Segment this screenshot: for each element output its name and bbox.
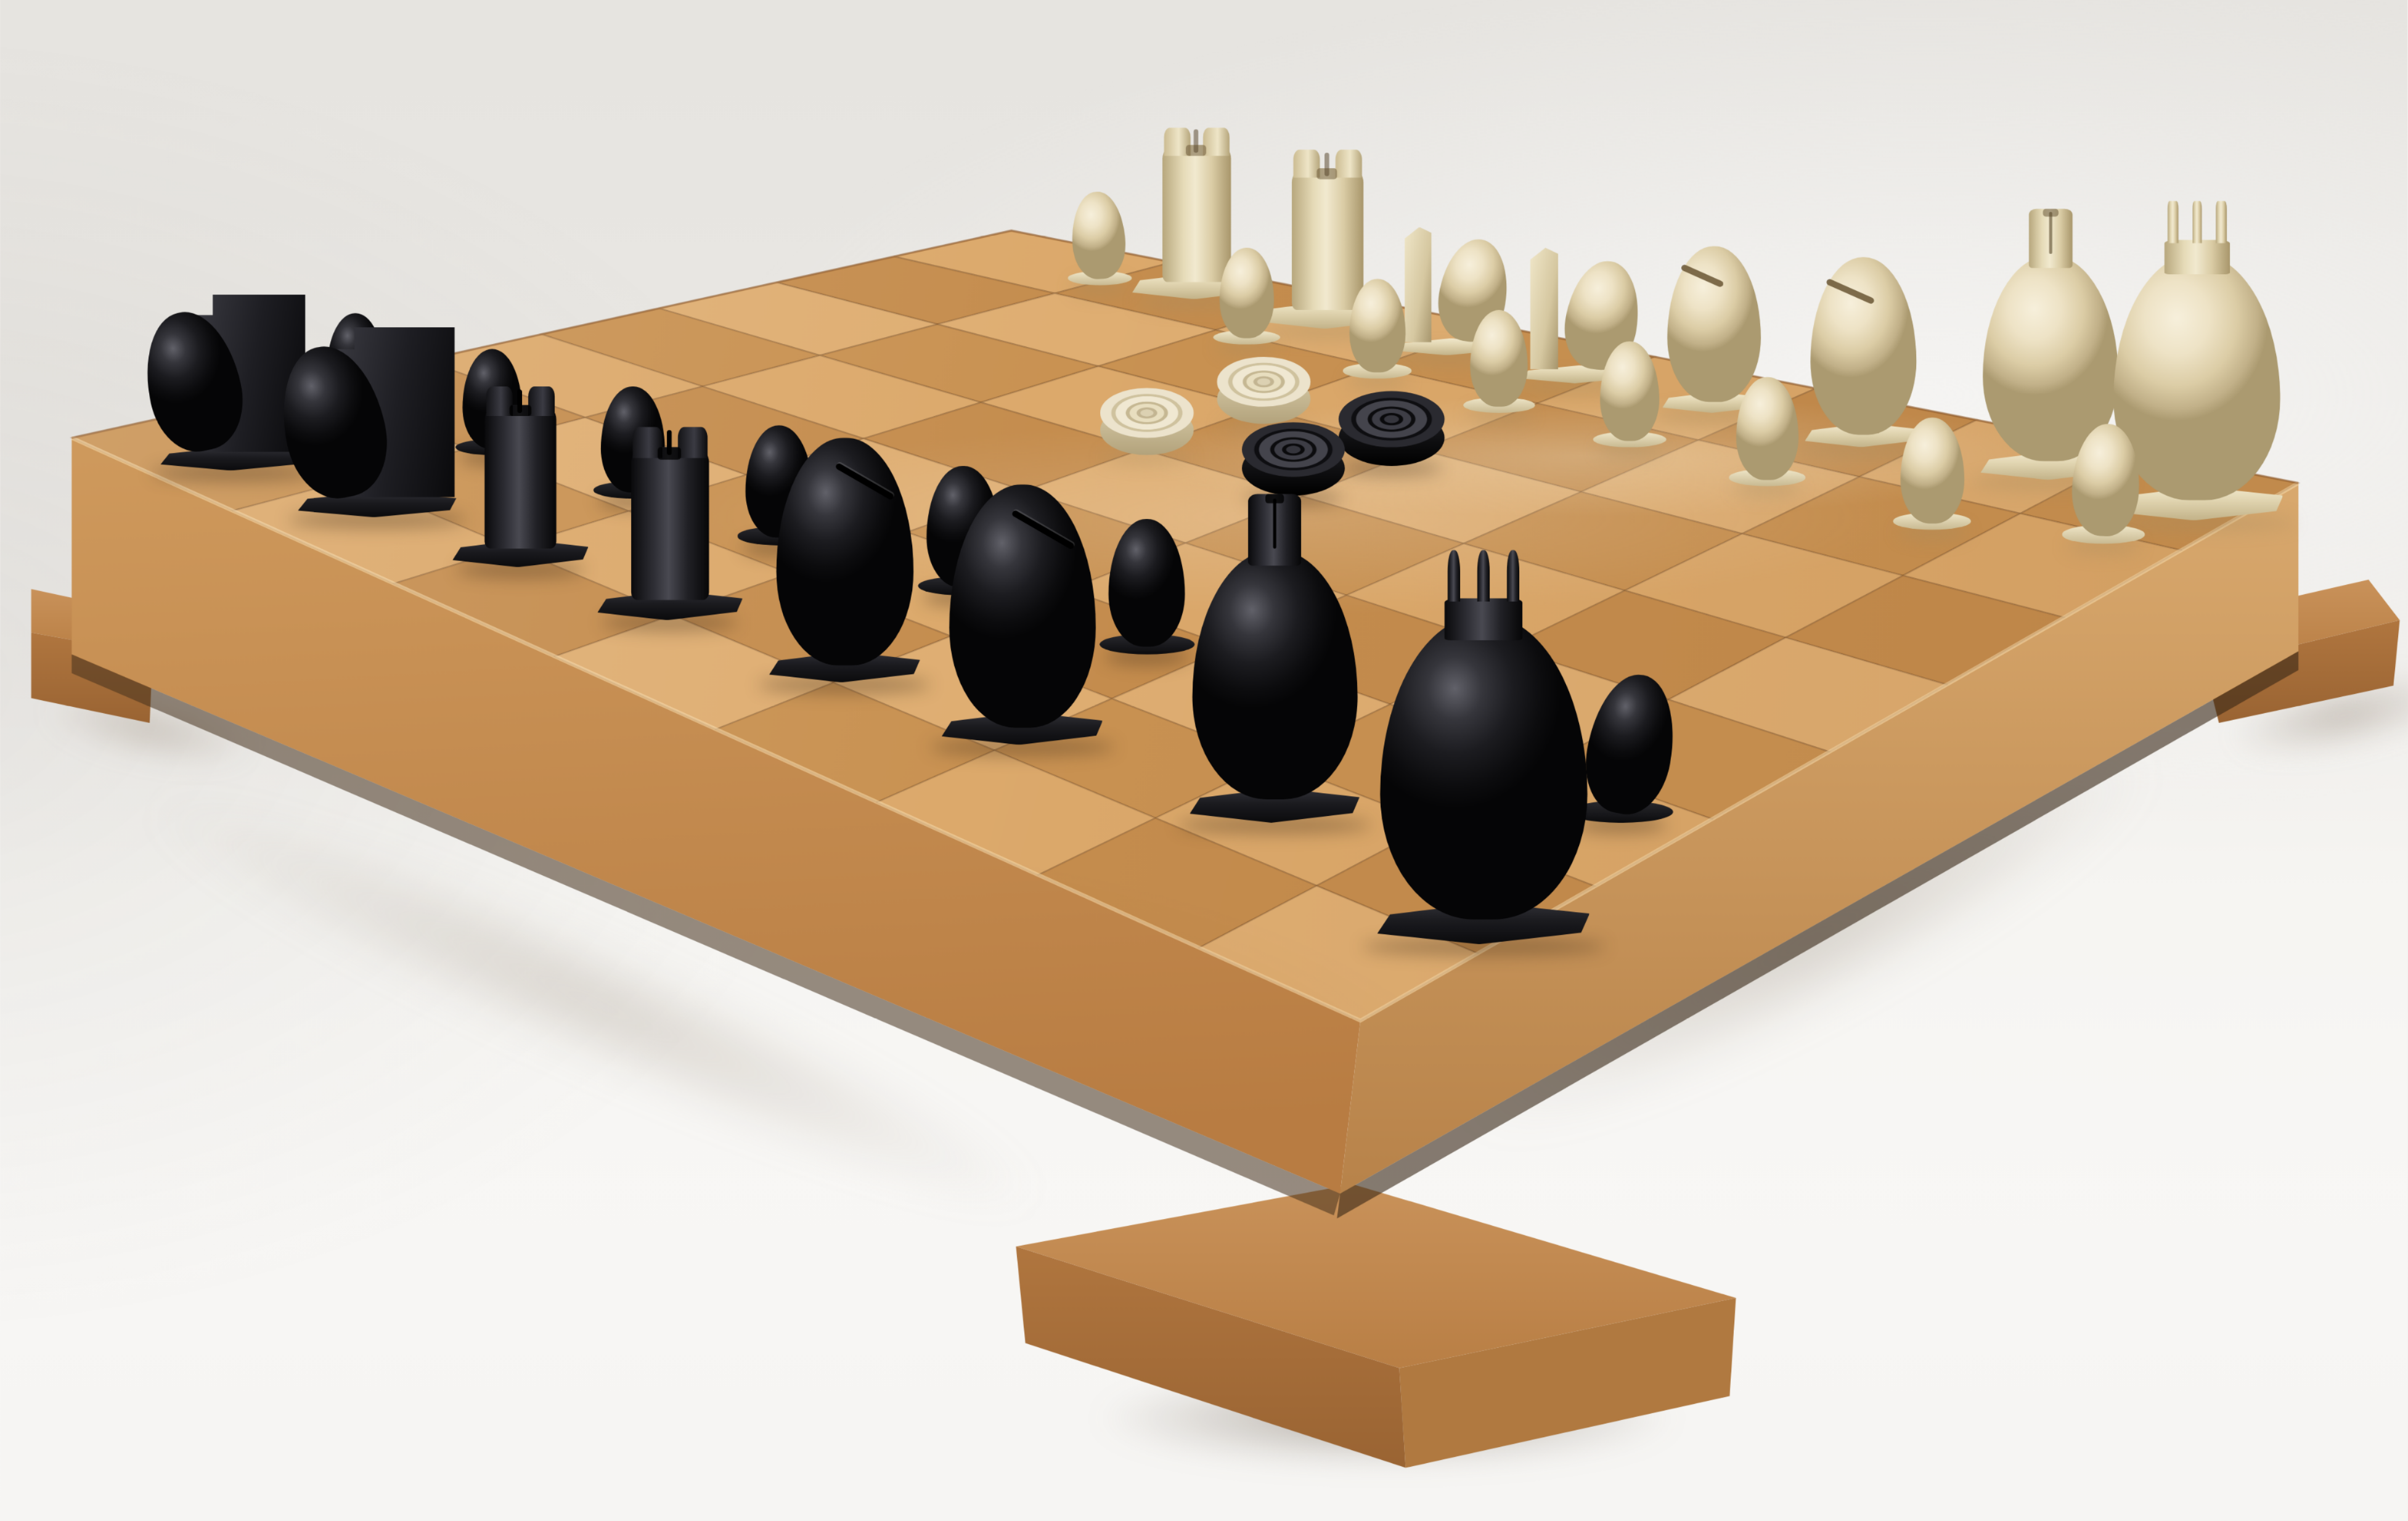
black-rook-2 — [605, 424, 735, 621]
checker-white-1 — [1100, 389, 1194, 455]
white-pawn-4 — [1461, 307, 1537, 413]
white-pawn-1 — [1066, 189, 1134, 285]
black-pawn-6 — [1097, 514, 1197, 654]
white-pawn-7 — [1891, 413, 1973, 529]
pieces-layer — [0, 0, 2408, 1521]
checker-black-2 — [1339, 391, 1445, 466]
white-pawn-2 — [1211, 245, 1281, 344]
screenshot-root — [0, 0, 2408, 1521]
black-queen — [1182, 494, 1366, 823]
checker-white-2 — [1217, 357, 1311, 424]
checker-black-1 — [1242, 422, 1345, 495]
white-pawn-8 — [2060, 420, 2147, 544]
white-pawn-3 — [1341, 276, 1414, 379]
white-pawn-6 — [1727, 373, 1807, 486]
black-bishop-2 — [935, 473, 1110, 745]
scene-photo — [0, 0, 2408, 1521]
black-knight-2 — [293, 319, 461, 518]
black-rook-1 — [460, 383, 581, 567]
black-king — [1368, 549, 1599, 944]
white-pawn-5 — [1591, 338, 1668, 447]
black-bishop-1 — [762, 428, 926, 682]
